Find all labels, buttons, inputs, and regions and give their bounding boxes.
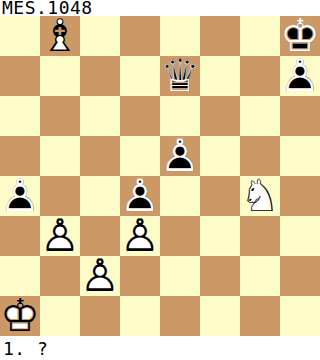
square-a4[interactable]: ♟♙ — [0, 176, 40, 216]
piece-outline-glyph: ♔ — [0, 296, 40, 336]
square-e3[interactable] — [160, 216, 200, 256]
square-d6[interactable] — [120, 96, 160, 136]
chess-board: ♝♗♚♔♛♕♟♙♟♙♟♙♟♙♞♘♟♙♟♙♟♙♚♔ — [0, 16, 320, 336]
square-b5[interactable] — [40, 136, 80, 176]
piece-white-pawn: ♟♙ — [80, 256, 120, 296]
piece-outline-glyph: ♗ — [40, 16, 80, 56]
piece-white-knight: ♞♘ — [240, 176, 280, 216]
piece-outline-glyph: ♙ — [80, 256, 120, 296]
piece-white-king: ♚♔ — [0, 296, 40, 336]
piece-black-queen: ♛♕ — [160, 56, 200, 96]
piece-black-pawn: ♟♙ — [280, 56, 320, 96]
square-h1[interactable] — [280, 296, 320, 336]
piece-outline-glyph: ♘ — [240, 176, 280, 216]
square-a8[interactable] — [0, 16, 40, 56]
square-e4[interactable] — [160, 176, 200, 216]
square-g2[interactable] — [240, 256, 280, 296]
piece-outline-glyph: ♙ — [160, 136, 200, 176]
move-prompt: 1. ? — [0, 336, 320, 360]
square-c8[interactable] — [80, 16, 120, 56]
square-g3[interactable] — [240, 216, 280, 256]
piece-outline-glyph: ♙ — [40, 216, 80, 256]
piece-white-pawn: ♟♙ — [120, 216, 160, 256]
square-f4[interactable] — [200, 176, 240, 216]
square-g6[interactable] — [240, 96, 280, 136]
square-d1[interactable] — [120, 296, 160, 336]
square-c4[interactable] — [80, 176, 120, 216]
square-h5[interactable] — [280, 136, 320, 176]
square-b7[interactable] — [40, 56, 80, 96]
square-f1[interactable] — [200, 296, 240, 336]
square-c2[interactable]: ♟♙ — [80, 256, 120, 296]
square-b8[interactable]: ♝♗ — [40, 16, 80, 56]
square-b3[interactable]: ♟♙ — [40, 216, 80, 256]
square-h6[interactable] — [280, 96, 320, 136]
square-f6[interactable] — [200, 96, 240, 136]
square-b1[interactable] — [40, 296, 80, 336]
square-e5[interactable]: ♟♙ — [160, 136, 200, 176]
square-g1[interactable] — [240, 296, 280, 336]
piece-white-bishop: ♝♗ — [40, 16, 80, 56]
square-f7[interactable] — [200, 56, 240, 96]
square-c5[interactable] — [80, 136, 120, 176]
square-a7[interactable] — [0, 56, 40, 96]
square-e7[interactable]: ♛♕ — [160, 56, 200, 96]
piece-black-pawn: ♟♙ — [160, 136, 200, 176]
square-h2[interactable] — [280, 256, 320, 296]
piece-outline-glyph: ♙ — [280, 56, 320, 96]
square-g8[interactable] — [240, 16, 280, 56]
square-f8[interactable] — [200, 16, 240, 56]
square-f5[interactable] — [200, 136, 240, 176]
piece-outline-glyph: ♙ — [120, 216, 160, 256]
square-b6[interactable] — [40, 96, 80, 136]
square-d7[interactable] — [120, 56, 160, 96]
piece-black-pawn: ♟♙ — [0, 176, 40, 216]
square-b2[interactable] — [40, 256, 80, 296]
square-a6[interactable] — [0, 96, 40, 136]
square-d3[interactable]: ♟♙ — [120, 216, 160, 256]
square-g7[interactable] — [240, 56, 280, 96]
square-c6[interactable] — [80, 96, 120, 136]
square-d8[interactable] — [120, 16, 160, 56]
square-h3[interactable] — [280, 216, 320, 256]
square-h4[interactable] — [280, 176, 320, 216]
piece-outline-glyph: ♙ — [0, 176, 40, 216]
square-a1[interactable]: ♚♔ — [0, 296, 40, 336]
square-a3[interactable] — [0, 216, 40, 256]
square-c1[interactable] — [80, 296, 120, 336]
square-f3[interactable] — [200, 216, 240, 256]
square-e1[interactable] — [160, 296, 200, 336]
square-f2[interactable] — [200, 256, 240, 296]
square-d2[interactable] — [120, 256, 160, 296]
square-c7[interactable] — [80, 56, 120, 96]
square-g4[interactable]: ♞♘ — [240, 176, 280, 216]
square-e2[interactable] — [160, 256, 200, 296]
piece-white-pawn: ♟♙ — [40, 216, 80, 256]
piece-outline-glyph: ♕ — [160, 56, 200, 96]
square-h7[interactable]: ♟♙ — [280, 56, 320, 96]
